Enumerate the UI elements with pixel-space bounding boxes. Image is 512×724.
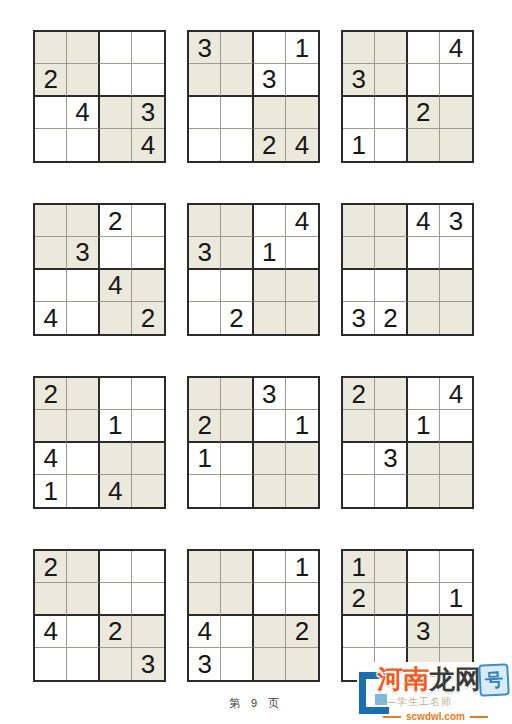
cell-r2c4[interactable] [286, 583, 318, 615]
sudoku-board-10: 2423 [33, 549, 166, 682]
cell-r3c3[interactable] [408, 270, 440, 302]
cell-r1c3[interactable] [408, 551, 440, 583]
cell-r2c2[interactable] [67, 64, 99, 96]
cell-r3c2[interactable] [375, 270, 407, 302]
cell-r4c4: 4 [286, 129, 318, 161]
cell-r1c1: 3 [189, 32, 221, 64]
cell-r2c3[interactable] [254, 583, 286, 615]
cell-r3c3: 2 [408, 97, 440, 129]
cell-r2c3: 3 [254, 64, 286, 96]
cell-r3c4[interactable] [132, 443, 164, 475]
cell-r2c2[interactable] [221, 410, 253, 442]
cell-r1c1[interactable] [189, 378, 221, 410]
cell-r3c3[interactable] [254, 616, 286, 648]
cell-r3c1: 4 [189, 616, 221, 648]
cell-r4c2[interactable] [67, 648, 99, 680]
sudoku-board-8: 3211 [187, 376, 320, 509]
watermark-dash-left [383, 716, 401, 718]
watermark-slogan: ——学生工名师 [375, 695, 452, 709]
cell-r1c1[interactable] [343, 205, 375, 237]
cell-r3c2[interactable] [67, 270, 99, 302]
cell-r2c4[interactable] [132, 237, 164, 269]
cell-r2c4[interactable] [132, 583, 164, 615]
cell-r1c1: 2 [343, 378, 375, 410]
cell-r1c2[interactable] [221, 205, 253, 237]
sudoku-board-11: 1423 [187, 549, 320, 682]
cell-r1c3[interactable] [408, 378, 440, 410]
cell-r4c3[interactable] [100, 129, 132, 161]
watermark-text-longwang: 龙网 [429, 664, 481, 694]
cell-r3c2[interactable] [67, 616, 99, 648]
watermark-site-name: 河南龙网 [377, 662, 481, 697]
cell-r1c4[interactable] [286, 378, 318, 410]
cell-r1c1[interactable] [189, 205, 221, 237]
cell-r3c1: 4 [35, 616, 67, 648]
cell-r3c3[interactable] [100, 443, 132, 475]
cell-r3c3: 4 [100, 270, 132, 302]
cell-r1c4: 4 [286, 205, 318, 237]
cell-r1c4: 3 [440, 205, 472, 237]
cell-r1c4[interactable] [132, 551, 164, 583]
cell-r3c3[interactable] [408, 443, 440, 475]
sudoku-board-6: 4332 [341, 203, 474, 336]
cell-r2c1: 2 [343, 583, 375, 615]
cell-r3c2: 3 [375, 443, 407, 475]
cell-r2c4[interactable] [286, 237, 318, 269]
cell-r2c3[interactable] [408, 583, 440, 615]
cell-r1c4: 4 [440, 378, 472, 410]
cell-r3c1[interactable] [343, 97, 375, 129]
cell-r4c4[interactable] [440, 302, 472, 334]
cell-r2c3[interactable] [100, 64, 132, 96]
cell-r2c2[interactable] [375, 237, 407, 269]
cell-r3c1[interactable] [343, 616, 375, 648]
cell-r1c2[interactable] [375, 32, 407, 64]
cell-r2c2[interactable] [375, 583, 407, 615]
cell-r2c4[interactable] [440, 410, 472, 442]
cell-r2c2[interactable] [375, 64, 407, 96]
cell-r4c4: 4 [132, 129, 164, 161]
cell-r2c2[interactable] [221, 583, 253, 615]
cell-r4c4: 3 [132, 648, 164, 680]
cell-r1c1: 2 [35, 551, 67, 583]
cell-r4c1[interactable] [35, 129, 67, 161]
cell-r2c1: 3 [343, 64, 375, 96]
cell-r1c4: 1 [286, 551, 318, 583]
sudoku-board-4: 23442 [33, 203, 166, 336]
cell-r3c4[interactable] [440, 97, 472, 129]
cell-r4c3: 4 [100, 475, 132, 507]
cell-r3c4: 2 [286, 616, 318, 648]
cell-r2c3[interactable] [100, 583, 132, 615]
cell-r2c4[interactable] [132, 410, 164, 442]
cell-r4c4[interactable] [132, 475, 164, 507]
cell-r2c1[interactable] [343, 237, 375, 269]
cell-r4c2[interactable] [67, 302, 99, 334]
cell-r4c3[interactable] [100, 648, 132, 680]
cell-r3c3[interactable] [254, 97, 286, 129]
cell-r2c2[interactable] [221, 237, 253, 269]
cell-r4c1: 4 [35, 302, 67, 334]
cell-r3c2[interactable] [221, 616, 253, 648]
cell-r1c2[interactable] [221, 378, 253, 410]
cell-r3c1[interactable] [35, 97, 67, 129]
cell-r2c1[interactable] [189, 583, 221, 615]
cell-r1c4[interactable] [440, 551, 472, 583]
watermark-text-henan: 河南 [377, 664, 429, 694]
cell-r2c1[interactable] [35, 237, 67, 269]
sudoku-board-7: 21414 [33, 376, 166, 509]
cell-r1c2[interactable] [67, 551, 99, 583]
cell-r3c4[interactable] [440, 616, 472, 648]
cell-r4c1: 1 [343, 129, 375, 161]
cell-r4c3[interactable] [408, 129, 440, 161]
cell-r1c4[interactable] [132, 32, 164, 64]
cell-r3c3[interactable] [254, 443, 286, 475]
cell-r3c1[interactable] [189, 270, 221, 302]
cell-r1c3[interactable] [254, 205, 286, 237]
cell-r2c1[interactable] [189, 64, 221, 96]
cell-r4c2: 2 [375, 302, 407, 334]
cell-r1c1: 1 [343, 551, 375, 583]
cell-r4c3[interactable] [408, 302, 440, 334]
worksheet-page: 2434 31324 4321 23442 4312 4332 21414 32… [0, 0, 512, 724]
cell-r3c4[interactable] [286, 443, 318, 475]
cell-r3c4[interactable] [440, 443, 472, 475]
cell-r3c2[interactable] [375, 97, 407, 129]
cell-r1c3: 3 [254, 378, 286, 410]
cell-r3c4: 3 [132, 97, 164, 129]
cell-r4c1[interactable] [343, 475, 375, 507]
cell-r2c2[interactable] [67, 583, 99, 615]
cell-r1c1[interactable] [343, 32, 375, 64]
cell-r2c1[interactable] [35, 410, 67, 442]
cell-r4c2[interactable] [221, 475, 253, 507]
cell-r2c3: 1 [254, 237, 286, 269]
cell-r1c4[interactable] [132, 378, 164, 410]
cell-r2c4[interactable] [132, 64, 164, 96]
cell-r3c2[interactable] [221, 270, 253, 302]
cell-r4c4[interactable] [286, 302, 318, 334]
cell-r4c3[interactable] [254, 475, 286, 507]
sudoku-board-5: 4312 [187, 203, 320, 336]
cell-r4c4[interactable] [286, 648, 318, 680]
puzzle-grid: 2434 31324 4321 23442 4312 4332 21414 32… [33, 30, 474, 682]
cell-r2c3[interactable] [254, 410, 286, 442]
sudoku-board-2: 31324 [187, 30, 320, 163]
cell-r1c2[interactable] [221, 32, 253, 64]
cell-r1c4: 1 [286, 32, 318, 64]
cell-r3c4[interactable] [440, 270, 472, 302]
cell-r3c2[interactable] [67, 443, 99, 475]
cell-r4c1[interactable] [189, 302, 221, 334]
cell-r3c3[interactable] [254, 270, 286, 302]
cell-r3c1[interactable] [343, 443, 375, 475]
cell-r1c2[interactable] [375, 205, 407, 237]
cell-r2c3: 1 [408, 410, 440, 442]
cell-r4c3[interactable] [254, 648, 286, 680]
cell-r4c2[interactable] [221, 129, 253, 161]
cell-r2c4: 1 [440, 583, 472, 615]
cell-r4c3: 2 [254, 129, 286, 161]
cell-r1c3[interactable] [254, 551, 286, 583]
cell-r2c2: 3 [67, 237, 99, 269]
cell-r1c1: 2 [35, 378, 67, 410]
cell-r3c4[interactable] [286, 270, 318, 302]
cell-r2c4[interactable] [440, 64, 472, 96]
cell-r4c1[interactable] [35, 648, 67, 680]
cell-r1c1[interactable] [35, 205, 67, 237]
cell-r4c2[interactable] [375, 129, 407, 161]
cell-r4c2[interactable] [375, 475, 407, 507]
cell-r2c1: 2 [189, 410, 221, 442]
cell-r4c4[interactable] [286, 475, 318, 507]
cell-r3c4[interactable] [132, 270, 164, 302]
cell-r3c2[interactable] [375, 616, 407, 648]
watermark-dash-right [470, 716, 488, 718]
cell-r1c2[interactable] [221, 551, 253, 583]
cell-r1c4: 4 [440, 32, 472, 64]
watermark-seal-badge: 号 [478, 663, 510, 697]
cell-r3c3: 3 [408, 616, 440, 648]
cell-r4c1: 1 [35, 475, 67, 507]
cell-r3c1: 1 [189, 443, 221, 475]
cell-r3c1: 4 [35, 443, 67, 475]
cell-r4c1: 3 [189, 648, 221, 680]
cell-r4c2[interactable] [67, 475, 99, 507]
cell-r1c3[interactable] [254, 32, 286, 64]
cell-r1c1[interactable] [35, 32, 67, 64]
cell-r4c2[interactable] [221, 648, 253, 680]
cell-r4c3[interactable] [408, 475, 440, 507]
cell-r3c2[interactable] [221, 97, 253, 129]
cell-r2c2[interactable] [67, 410, 99, 442]
sudoku-board-9: 2413 [341, 376, 474, 509]
cell-r2c4: 1 [286, 410, 318, 442]
cell-r2c1[interactable] [343, 410, 375, 442]
cell-r3c1[interactable] [189, 97, 221, 129]
cell-r1c3: 2 [100, 205, 132, 237]
cell-r2c3[interactable] [408, 64, 440, 96]
cell-r1c3: 4 [408, 205, 440, 237]
cell-r2c2[interactable] [375, 410, 407, 442]
cell-r3c3[interactable] [100, 97, 132, 129]
sudoku-board-1: 2434 [33, 30, 166, 163]
cell-r4c4: 2 [132, 302, 164, 334]
cell-r1c3[interactable] [100, 32, 132, 64]
cell-r1c3[interactable] [100, 378, 132, 410]
cell-r1c2[interactable] [67, 205, 99, 237]
cell-r3c2[interactable] [221, 443, 253, 475]
cell-r3c1[interactable] [35, 270, 67, 302]
cell-r1c2[interactable] [67, 378, 99, 410]
cell-r1c4[interactable] [132, 205, 164, 237]
cell-r4c1: 3 [343, 302, 375, 334]
cell-r2c1: 3 [189, 237, 221, 269]
cell-r3c2: 4 [67, 97, 99, 129]
cell-r2c3[interactable] [100, 237, 132, 269]
cell-r2c4[interactable] [440, 237, 472, 269]
cell-r3c4[interactable] [286, 97, 318, 129]
cell-r4c1[interactable] [189, 129, 221, 161]
cell-r1c1[interactable] [189, 551, 221, 583]
cell-r4c2: 2 [221, 302, 253, 334]
cell-r1c2[interactable] [375, 378, 407, 410]
watermark-url: scwdwl.com [383, 711, 488, 722]
cell-r4c3[interactable] [100, 302, 132, 334]
cell-r1c2[interactable] [375, 551, 407, 583]
cell-r1c2[interactable] [67, 32, 99, 64]
sudoku-board-3: 4321 [341, 30, 474, 163]
cell-r2c3[interactable] [408, 237, 440, 269]
cell-r2c1[interactable] [35, 583, 67, 615]
cell-r4c4[interactable] [440, 475, 472, 507]
cell-r1c3[interactable] [100, 551, 132, 583]
cell-r3c3: 2 [100, 616, 132, 648]
cell-r3c4[interactable] [132, 616, 164, 648]
cell-r4c1[interactable] [189, 475, 221, 507]
cell-r2c1: 2 [35, 64, 67, 96]
cell-r4c4[interactable] [440, 129, 472, 161]
cell-r4c2[interactable] [67, 129, 99, 161]
cell-r1c3[interactable] [408, 32, 440, 64]
cell-r2c4[interactable] [286, 64, 318, 96]
cell-r2c2[interactable] [221, 64, 253, 96]
cell-r4c3[interactable] [254, 302, 286, 334]
cell-r3c1[interactable] [343, 270, 375, 302]
cell-r2c3: 1 [100, 410, 132, 442]
watermark: 河南龙网 号 ——学生工名师 scwdwl.com [357, 662, 512, 724]
watermark-url-text: scwdwl.com [406, 711, 465, 722]
